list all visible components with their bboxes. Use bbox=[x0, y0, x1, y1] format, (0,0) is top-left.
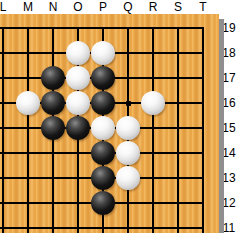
intersection-R17[interactable] bbox=[141, 66, 166, 91]
intersection-R13[interactable] bbox=[141, 166, 166, 191]
row-label-16: 16 bbox=[222, 96, 236, 110]
stone-black-N16 bbox=[41, 91, 65, 115]
column-label-P: P bbox=[91, 0, 115, 14]
intersection-S11[interactable] bbox=[166, 216, 191, 234]
intersection-P15[interactable] bbox=[91, 116, 116, 141]
intersection-O11[interactable] bbox=[66, 216, 91, 234]
intersection-Q18[interactable] bbox=[116, 41, 141, 66]
intersection-L12[interactable] bbox=[0, 191, 16, 216]
board-grid bbox=[0, 16, 216, 234]
intersection-M19[interactable] bbox=[16, 16, 41, 41]
intersection-L19[interactable] bbox=[0, 16, 16, 41]
intersection-O15[interactable] bbox=[66, 116, 91, 141]
intersection-R14[interactable] bbox=[141, 141, 166, 166]
intersection-R16[interactable] bbox=[141, 91, 166, 116]
intersection-P16[interactable] bbox=[91, 91, 116, 116]
intersection-O14[interactable] bbox=[66, 141, 91, 166]
intersection-T15[interactable] bbox=[191, 116, 216, 141]
intersection-P14[interactable] bbox=[91, 141, 116, 166]
intersection-N11[interactable] bbox=[41, 216, 66, 234]
intersection-R15[interactable] bbox=[141, 116, 166, 141]
intersection-S12[interactable] bbox=[166, 191, 191, 216]
intersection-S14[interactable] bbox=[166, 141, 191, 166]
intersection-M11[interactable] bbox=[16, 216, 41, 234]
row-label-12: 12 bbox=[222, 196, 236, 210]
stone-white-P18 bbox=[91, 41, 115, 65]
intersection-M13[interactable] bbox=[16, 166, 41, 191]
go-app-window: LMNOPQRST 191817161514131211 bbox=[0, 0, 236, 233]
stone-white-O16 bbox=[66, 91, 90, 115]
stone-black-P13 bbox=[91, 166, 115, 190]
row-label-15: 15 bbox=[222, 121, 236, 135]
intersection-M12[interactable] bbox=[16, 191, 41, 216]
go-board[interactable] bbox=[0, 14, 219, 233]
intersection-S13[interactable] bbox=[166, 166, 191, 191]
stone-white-O18 bbox=[66, 41, 90, 65]
intersection-P12[interactable] bbox=[91, 191, 116, 216]
intersection-P18[interactable] bbox=[91, 41, 116, 66]
stone-black-P14 bbox=[91, 141, 115, 165]
intersection-Q15[interactable] bbox=[116, 116, 141, 141]
column-label-L: L bbox=[0, 0, 15, 14]
intersection-T12[interactable] bbox=[191, 191, 216, 216]
intersection-N18[interactable] bbox=[41, 41, 66, 66]
stone-white-P15 bbox=[91, 116, 115, 140]
intersection-R18[interactable] bbox=[141, 41, 166, 66]
intersection-L16[interactable] bbox=[0, 91, 16, 116]
stone-white-Q14 bbox=[116, 141, 140, 165]
stone-black-P17 bbox=[91, 66, 115, 90]
intersection-L17[interactable] bbox=[0, 66, 16, 91]
intersection-R12[interactable] bbox=[141, 191, 166, 216]
column-label-T: T bbox=[191, 0, 215, 14]
stone-white-M16 bbox=[16, 91, 40, 115]
intersection-N17[interactable] bbox=[41, 66, 66, 91]
intersection-S15[interactable] bbox=[166, 116, 191, 141]
row-label-18: 18 bbox=[222, 46, 236, 60]
intersection-S18[interactable] bbox=[166, 41, 191, 66]
intersection-Q12[interactable] bbox=[116, 191, 141, 216]
intersection-Q16[interactable] bbox=[116, 91, 141, 116]
row-label-17: 17 bbox=[222, 71, 236, 85]
intersection-L15[interactable] bbox=[0, 116, 16, 141]
stone-white-O17 bbox=[66, 66, 90, 90]
stone-black-N15 bbox=[41, 116, 65, 140]
column-label-S: S bbox=[166, 0, 190, 14]
intersection-P13[interactable] bbox=[91, 166, 116, 191]
stone-black-N17 bbox=[41, 66, 65, 90]
intersection-T18[interactable] bbox=[191, 41, 216, 66]
intersection-T14[interactable] bbox=[191, 141, 216, 166]
intersection-O16[interactable] bbox=[66, 91, 91, 116]
intersection-S16[interactable] bbox=[166, 91, 191, 116]
row-label-14: 14 bbox=[222, 146, 236, 160]
intersection-R11[interactable] bbox=[141, 216, 166, 234]
column-label-R: R bbox=[141, 0, 165, 14]
intersection-L14[interactable] bbox=[0, 141, 16, 166]
intersection-N14[interactable] bbox=[41, 141, 66, 166]
intersection-N13[interactable] bbox=[41, 166, 66, 191]
intersection-T16[interactable] bbox=[191, 91, 216, 116]
stone-black-O15 bbox=[66, 116, 90, 140]
intersection-O13[interactable] bbox=[66, 166, 91, 191]
column-label-N: N bbox=[41, 0, 65, 14]
stone-white-Q15 bbox=[116, 116, 140, 140]
intersection-N12[interactable] bbox=[41, 191, 66, 216]
stone-white-R16 bbox=[141, 91, 165, 115]
intersection-Q14[interactable] bbox=[116, 141, 141, 166]
intersection-O19[interactable] bbox=[66, 16, 91, 41]
intersection-L13[interactable] bbox=[0, 166, 16, 191]
intersection-Q11[interactable] bbox=[116, 216, 141, 234]
intersection-M15[interactable] bbox=[16, 116, 41, 141]
intersection-Q13[interactable] bbox=[116, 166, 141, 191]
intersection-M14[interactable] bbox=[16, 141, 41, 166]
intersection-R19[interactable] bbox=[141, 16, 166, 41]
intersection-T11[interactable] bbox=[191, 216, 216, 234]
column-label-O: O bbox=[66, 0, 90, 14]
row-label-13: 13 bbox=[222, 171, 236, 185]
intersection-P11[interactable] bbox=[91, 216, 116, 234]
intersection-M16[interactable] bbox=[16, 91, 41, 116]
intersection-L18[interactable] bbox=[0, 41, 16, 66]
intersection-P19[interactable] bbox=[91, 16, 116, 41]
intersection-N16[interactable] bbox=[41, 91, 66, 116]
row-label-11: 11 bbox=[222, 221, 236, 233]
intersection-Q17[interactable] bbox=[116, 66, 141, 91]
intersection-T19[interactable] bbox=[191, 16, 216, 41]
stone-white-Q13 bbox=[116, 166, 140, 190]
intersection-O17[interactable] bbox=[66, 66, 91, 91]
intersection-N19[interactable] bbox=[41, 16, 66, 41]
board-shadow bbox=[219, 19, 224, 233]
intersection-N15[interactable] bbox=[41, 116, 66, 141]
intersection-S17[interactable] bbox=[166, 66, 191, 91]
intersection-Q19[interactable] bbox=[116, 16, 141, 41]
intersection-M17[interactable] bbox=[16, 66, 41, 91]
intersection-S19[interactable] bbox=[166, 16, 191, 41]
intersection-M18[interactable] bbox=[16, 41, 41, 66]
intersection-P17[interactable] bbox=[91, 66, 116, 91]
stone-black-P12 bbox=[91, 191, 115, 215]
intersection-T13[interactable] bbox=[191, 166, 216, 191]
star-point-Q16 bbox=[126, 101, 131, 106]
intersection-T17[interactable] bbox=[191, 66, 216, 91]
column-label-M: M bbox=[16, 0, 40, 14]
stone-black-P16 bbox=[91, 91, 115, 115]
intersection-L11[interactable] bbox=[0, 216, 16, 234]
intersection-O18[interactable] bbox=[66, 41, 91, 66]
row-label-19: 19 bbox=[222, 21, 236, 35]
intersection-O12[interactable] bbox=[66, 191, 91, 216]
column-label-Q: Q bbox=[116, 0, 140, 14]
